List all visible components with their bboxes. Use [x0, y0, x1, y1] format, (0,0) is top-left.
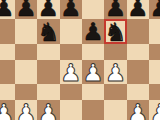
piece-white-pawn-d4[interactable]: ♟ — [60, 60, 82, 84]
square-h4[interactable] — [149, 60, 160, 84]
chess-board: ♟♟♟♟♟♟♟♞♟♞♟♟♟♟♟♟♟♟ — [0, 0, 160, 120]
square-g5[interactable] — [127, 44, 149, 60]
square-g6[interactable] — [127, 19, 149, 44]
square-c6[interactable]: ♞ — [37, 19, 59, 44]
square-h5[interactable] — [149, 44, 160, 60]
square-e7[interactable] — [82, 0, 104, 19]
square-c7[interactable]: ♟ — [37, 0, 59, 19]
piece-white-pawn-a2[interactable]: ♟ — [0, 100, 14, 120]
square-f7[interactable]: ♟ — [104, 0, 126, 19]
square-c5[interactable] — [37, 44, 59, 60]
square-a5[interactable] — [0, 44, 15, 60]
square-f2[interactable] — [104, 100, 126, 120]
piece-white-pawn-g2[interactable]: ♟ — [127, 100, 149, 120]
square-h2[interactable]: ♟ — [149, 100, 160, 120]
square-a7[interactable]: ♟ — [0, 0, 15, 19]
square-e4[interactable]: ♟ — [82, 60, 104, 84]
piece-black-pawn-a7[interactable]: ♟ — [0, 0, 14, 19]
square-d4[interactable]: ♟ — [60, 60, 82, 84]
square-e3[interactable] — [82, 84, 104, 100]
piece-white-pawn-e4[interactable]: ♟ — [82, 60, 104, 84]
piece-black-pawn-g7[interactable]: ♟ — [127, 0, 149, 19]
piece-white-pawn-b2[interactable]: ♟ — [15, 100, 37, 120]
square-e6[interactable]: ♟ — [82, 19, 104, 44]
piece-black-knight-c6[interactable]: ♞ — [37, 19, 59, 44]
square-g4[interactable] — [127, 60, 149, 84]
square-b5[interactable] — [15, 44, 37, 60]
square-b2[interactable]: ♟ — [15, 100, 37, 120]
piece-black-knight-f6[interactable]: ♞ — [104, 19, 126, 44]
square-b7[interactable]: ♟ — [15, 0, 37, 19]
square-b6[interactable] — [15, 19, 37, 44]
square-d6[interactable] — [60, 19, 82, 44]
piece-black-pawn-d7[interactable]: ♟ — [60, 0, 82, 19]
square-f4[interactable]: ♟ — [104, 60, 126, 84]
piece-white-pawn-c2[interactable]: ♟ — [38, 100, 60, 120]
piece-black-pawn-b7[interactable]: ♟ — [15, 0, 37, 19]
square-h6[interactable] — [149, 19, 160, 44]
square-e2[interactable] — [82, 100, 104, 120]
square-h7[interactable]: ♟ — [149, 0, 160, 19]
square-g2[interactable]: ♟ — [127, 100, 149, 120]
square-c4[interactable] — [37, 60, 59, 84]
square-b4[interactable] — [15, 60, 37, 84]
square-f6[interactable]: ♞ — [104, 19, 126, 44]
square-a6[interactable] — [0, 19, 15, 44]
square-d3[interactable] — [60, 84, 82, 100]
piece-white-pawn-h2[interactable]: ♟ — [149, 100, 160, 120]
square-d7[interactable]: ♟ — [60, 0, 82, 19]
square-d2[interactable] — [60, 100, 82, 120]
square-a4[interactable] — [0, 60, 15, 84]
piece-black-pawn-e6[interactable]: ♟ — [82, 20, 104, 44]
square-c2[interactable]: ♟ — [37, 100, 59, 120]
square-g7[interactable]: ♟ — [127, 0, 149, 19]
piece-white-pawn-f4[interactable]: ♟ — [105, 60, 127, 84]
chess-board-viewport: ♟♟♟♟♟♟♟♞♟♞♟♟♟♟♟♟♟♟ — [0, 0, 160, 120]
square-a2[interactable]: ♟ — [0, 100, 15, 120]
square-f3[interactable] — [104, 84, 126, 100]
piece-black-pawn-h7[interactable]: ♟ — [149, 0, 160, 19]
